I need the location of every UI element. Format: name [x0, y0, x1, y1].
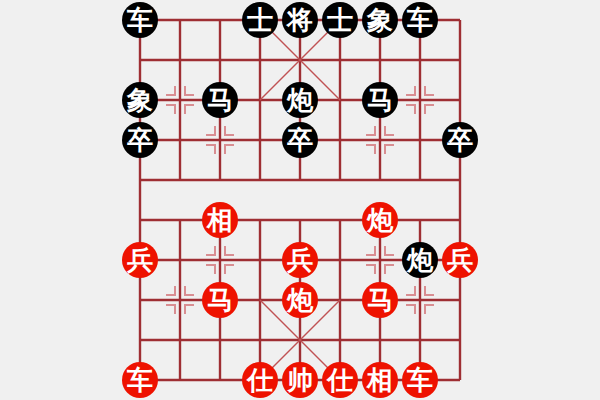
board-point[interactable]: [240, 200, 280, 240]
board-point[interactable]: [160, 0, 200, 40]
board-point[interactable]: [440, 0, 480, 40]
board-point[interactable]: [120, 280, 160, 320]
board-point[interactable]: 士: [320, 0, 360, 40]
piece-red-chariot[interactable]: 车: [402, 362, 438, 398]
board-point[interactable]: [320, 240, 360, 280]
piece-black-chariot[interactable]: 车: [402, 2, 438, 38]
board-point[interactable]: 将: [280, 0, 320, 40]
board-point[interactable]: 马: [200, 80, 240, 120]
board-point[interactable]: 车: [400, 360, 440, 400]
piece-black-advisor[interactable]: 士: [322, 2, 358, 38]
board-point[interactable]: [320, 160, 360, 200]
xiangqi-app: 车士将士象车象马炮马卒卒卒相炮兵兵炮兵马炮马车仕帅仕相车: [0, 0, 600, 400]
board-point[interactable]: [240, 80, 280, 120]
board-point[interactable]: [120, 320, 160, 360]
piece-black-general[interactable]: 将: [282, 2, 318, 38]
board-point[interactable]: [200, 40, 240, 80]
piece-black-elephant[interactable]: 象: [122, 82, 158, 118]
piece-red-advisor[interactable]: 仕: [242, 362, 278, 398]
board-point[interactable]: [160, 200, 200, 240]
piece-black-horse[interactable]: 马: [202, 82, 238, 118]
board-point[interactable]: [160, 80, 200, 120]
piece-black-horse[interactable]: 马: [362, 82, 398, 118]
piece-red-elephant[interactable]: 相: [362, 362, 398, 398]
board-point[interactable]: [360, 120, 400, 160]
board-point[interactable]: [240, 160, 280, 200]
board-point[interactable]: 炮: [360, 200, 400, 240]
board-point[interactable]: [320, 80, 360, 120]
board-point[interactable]: [120, 160, 160, 200]
piece-red-elephant[interactable]: 相: [202, 202, 238, 238]
piece-black-elephant[interactable]: 象: [362, 2, 398, 38]
piece-black-soldier[interactable]: 卒: [442, 122, 478, 158]
board-point[interactable]: [280, 160, 320, 200]
board-point[interactable]: [440, 280, 480, 320]
board-point[interactable]: [280, 320, 320, 360]
board-point[interactable]: 卒: [440, 120, 480, 160]
board-point[interactable]: 炮: [280, 80, 320, 120]
board-point[interactable]: [200, 320, 240, 360]
board-point[interactable]: [160, 40, 200, 80]
board-point[interactable]: 帅: [280, 360, 320, 400]
piece-red-horse[interactable]: 马: [362, 282, 398, 318]
board-point[interactable]: [400, 120, 440, 160]
piece-red-chariot[interactable]: 车: [122, 362, 158, 398]
board-point[interactable]: 车: [120, 360, 160, 400]
board-point[interactable]: [240, 120, 280, 160]
board-point[interactable]: [240, 40, 280, 80]
board-point[interactable]: 象: [360, 0, 400, 40]
board-point[interactable]: 炮: [400, 240, 440, 280]
piece-black-cannon[interactable]: 炮: [402, 242, 438, 278]
piece-black-chariot[interactable]: 车: [122, 2, 158, 38]
board-point[interactable]: 相: [360, 360, 400, 400]
board-point[interactable]: 车: [120, 0, 160, 40]
board-point[interactable]: 兵: [440, 240, 480, 280]
board-point[interactable]: 炮: [280, 280, 320, 320]
board-point[interactable]: 兵: [280, 240, 320, 280]
board-point[interactable]: [400, 200, 440, 240]
board-point[interactable]: [320, 40, 360, 80]
board-point[interactable]: [120, 200, 160, 240]
piece-red-soldier[interactable]: 兵: [442, 242, 478, 278]
board-point[interactable]: [160, 280, 200, 320]
piece-red-advisor[interactable]: 仕: [322, 362, 358, 398]
piece-red-cannon[interactable]: 炮: [362, 202, 398, 238]
xiangqi-board: 车士将士象车象马炮马卒卒卒相炮兵兵炮兵马炮马车仕帅仕相车: [0, 0, 600, 400]
board-point[interactable]: [440, 40, 480, 80]
board-point[interactable]: [280, 40, 320, 80]
board-point[interactable]: 仕: [240, 360, 280, 400]
board-point[interactable]: [320, 200, 360, 240]
board-point[interactable]: [320, 320, 360, 360]
board-point[interactable]: [440, 80, 480, 120]
board-point[interactable]: [160, 320, 200, 360]
board-point[interactable]: [440, 200, 480, 240]
board-point[interactable]: 相: [200, 200, 240, 240]
board-point[interactable]: [160, 120, 200, 160]
board-point[interactable]: [200, 240, 240, 280]
board-point[interactable]: 车: [400, 0, 440, 40]
board-point[interactable]: [200, 360, 240, 400]
board-point[interactable]: [200, 0, 240, 40]
board-point[interactable]: 马: [360, 280, 400, 320]
board-point[interactable]: [360, 40, 400, 80]
piece-red-general[interactable]: 帅: [282, 362, 318, 398]
board-point[interactable]: [200, 120, 240, 160]
piece-red-cannon[interactable]: 炮: [282, 282, 318, 318]
board-point[interactable]: 卒: [280, 120, 320, 160]
board-point[interactable]: [120, 40, 160, 80]
piece-black-advisor[interactable]: 士: [242, 2, 278, 38]
board-point[interactable]: [160, 160, 200, 200]
board-point[interactable]: [400, 80, 440, 120]
board-point[interactable]: 马: [360, 80, 400, 120]
board-point[interactable]: 士: [240, 0, 280, 40]
piece-red-soldier[interactable]: 兵: [282, 242, 318, 278]
board-point[interactable]: 马: [200, 280, 240, 320]
board-point[interactable]: 兵: [120, 240, 160, 280]
board-point[interactable]: [240, 320, 280, 360]
board-point[interactable]: [360, 240, 400, 280]
board-point[interactable]: [280, 200, 320, 240]
board-point[interactable]: [240, 280, 280, 320]
piece-black-soldier[interactable]: 卒: [122, 122, 158, 158]
board-point[interactable]: [440, 160, 480, 200]
board-point[interactable]: [440, 320, 480, 360]
board-point[interactable]: [400, 320, 440, 360]
piece-red-soldier[interactable]: 兵: [122, 242, 158, 278]
board-point[interactable]: [160, 360, 200, 400]
piece-black-cannon[interactable]: 炮: [282, 82, 318, 118]
board-point[interactable]: [200, 160, 240, 200]
board-point[interactable]: [360, 320, 400, 360]
board-point[interactable]: [440, 360, 480, 400]
board-point[interactable]: 仕: [320, 360, 360, 400]
board-point[interactable]: [320, 120, 360, 160]
board-point[interactable]: [400, 280, 440, 320]
piece-red-horse[interactable]: 马: [202, 282, 238, 318]
board-point[interactable]: 象: [120, 80, 160, 120]
piece-black-soldier[interactable]: 卒: [282, 122, 318, 158]
board-point[interactable]: [400, 160, 440, 200]
board-point[interactable]: [320, 280, 360, 320]
board-point[interactable]: [360, 160, 400, 200]
board-points: 车士将士象车象马炮马卒卒卒相炮兵兵炮兵马炮马车仕帅仕相车: [120, 0, 480, 400]
board-point[interactable]: [400, 40, 440, 80]
board-point[interactable]: [240, 240, 280, 280]
board-point[interactable]: 卒: [120, 120, 160, 160]
board-point[interactable]: [160, 240, 200, 280]
